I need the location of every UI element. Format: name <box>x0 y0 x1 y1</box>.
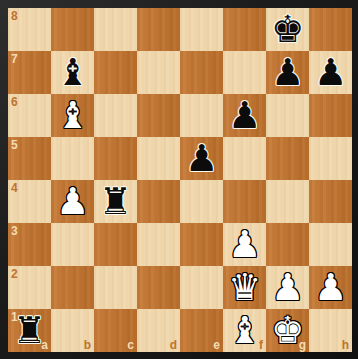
square-a5[interactable]: 5 <box>8 137 51 180</box>
square-d1[interactable]: d <box>137 309 180 352</box>
piece-white-queen[interactable]: ♛ <box>223 266 266 309</box>
square-e1[interactable]: e <box>180 309 223 352</box>
piece-black-pawn[interactable]: ♟ <box>309 51 352 94</box>
square-a4[interactable]: 4 <box>8 180 51 223</box>
square-g4[interactable] <box>266 180 309 223</box>
square-d5[interactable] <box>137 137 180 180</box>
square-d7[interactable] <box>137 51 180 94</box>
square-g2[interactable]: ♟ <box>266 266 309 309</box>
square-h6[interactable] <box>309 94 352 137</box>
square-e3[interactable] <box>180 223 223 266</box>
square-f4[interactable] <box>223 180 266 223</box>
square-c8[interactable] <box>94 8 137 51</box>
piece-black-pawn[interactable]: ♟ <box>180 137 223 180</box>
square-d8[interactable] <box>137 8 180 51</box>
square-d3[interactable] <box>137 223 180 266</box>
square-f3[interactable]: ♟ <box>223 223 266 266</box>
square-f7[interactable] <box>223 51 266 94</box>
chess-board: 8♚7♝♟♟6♝♟5♟4♟♜3♟2♛♟♟1a♜bcdef♝g♚h <box>8 8 352 352</box>
file-label-e: e <box>213 339 220 351</box>
square-a3[interactable]: 3 <box>8 223 51 266</box>
square-f5[interactable] <box>223 137 266 180</box>
square-h8[interactable] <box>309 8 352 51</box>
square-h2[interactable]: ♟ <box>309 266 352 309</box>
square-b1[interactable]: b <box>51 309 94 352</box>
rank-label-4: 4 <box>11 182 18 194</box>
piece-white-pawn[interactable]: ♟ <box>223 223 266 266</box>
square-b4[interactable]: ♟ <box>51 180 94 223</box>
piece-white-king[interactable]: ♚ <box>266 309 309 352</box>
square-a8[interactable]: 8 <box>8 8 51 51</box>
square-h4[interactable] <box>309 180 352 223</box>
square-e5[interactable]: ♟ <box>180 137 223 180</box>
rank-label-2: 2 <box>11 268 18 280</box>
square-f8[interactable] <box>223 8 266 51</box>
square-h3[interactable] <box>309 223 352 266</box>
file-label-h: h <box>342 339 349 351</box>
piece-black-rook[interactable]: ♜ <box>8 309 51 352</box>
square-b7[interactable]: ♝ <box>51 51 94 94</box>
square-c4[interactable]: ♜ <box>94 180 137 223</box>
piece-black-bishop[interactable]: ♝ <box>51 51 94 94</box>
rank-label-3: 3 <box>11 225 18 237</box>
piece-white-bishop[interactable]: ♝ <box>223 309 266 352</box>
piece-black-pawn[interactable]: ♟ <box>266 51 309 94</box>
square-e2[interactable] <box>180 266 223 309</box>
square-d2[interactable] <box>137 266 180 309</box>
piece-white-pawn[interactable]: ♟ <box>266 266 309 309</box>
square-a1[interactable]: 1a♜ <box>8 309 51 352</box>
file-label-b: b <box>84 339 91 351</box>
square-h7[interactable]: ♟ <box>309 51 352 94</box>
square-b2[interactable] <box>51 266 94 309</box>
square-c3[interactable] <box>94 223 137 266</box>
square-g1[interactable]: g♚ <box>266 309 309 352</box>
square-g6[interactable] <box>266 94 309 137</box>
square-d4[interactable] <box>137 180 180 223</box>
piece-black-king[interactable]: ♚ <box>266 8 309 51</box>
square-h1[interactable]: h <box>309 309 352 352</box>
square-g8[interactable]: ♚ <box>266 8 309 51</box>
piece-black-pawn[interactable]: ♟ <box>223 94 266 137</box>
square-a7[interactable]: 7 <box>8 51 51 94</box>
rank-label-7: 7 <box>11 53 18 65</box>
square-b3[interactable] <box>51 223 94 266</box>
square-e4[interactable] <box>180 180 223 223</box>
rank-label-6: 6 <box>11 96 18 108</box>
piece-white-pawn[interactable]: ♟ <box>51 180 94 223</box>
square-b5[interactable] <box>51 137 94 180</box>
piece-white-pawn[interactable]: ♟ <box>309 266 352 309</box>
square-a6[interactable]: 6 <box>8 94 51 137</box>
square-h5[interactable] <box>309 137 352 180</box>
piece-white-bishop[interactable]: ♝ <box>51 94 94 137</box>
rank-label-8: 8 <box>11 10 18 22</box>
square-c1[interactable]: c <box>94 309 137 352</box>
square-e6[interactable] <box>180 94 223 137</box>
square-d6[interactable] <box>137 94 180 137</box>
rank-label-5: 5 <box>11 139 18 151</box>
file-label-d: d <box>170 339 177 351</box>
square-b8[interactable] <box>51 8 94 51</box>
square-g3[interactable] <box>266 223 309 266</box>
square-f6[interactable]: ♟ <box>223 94 266 137</box>
board-frame: 8♚7♝♟♟6♝♟5♟4♟♜3♟2♛♟♟1a♜bcdef♝g♚h <box>0 0 358 359</box>
square-c7[interactable] <box>94 51 137 94</box>
square-c6[interactable] <box>94 94 137 137</box>
square-e8[interactable] <box>180 8 223 51</box>
square-b6[interactable]: ♝ <box>51 94 94 137</box>
square-c5[interactable] <box>94 137 137 180</box>
square-a2[interactable]: 2 <box>8 266 51 309</box>
square-f1[interactable]: f♝ <box>223 309 266 352</box>
piece-black-rook[interactable]: ♜ <box>94 180 137 223</box>
square-f2[interactable]: ♛ <box>223 266 266 309</box>
square-c2[interactable] <box>94 266 137 309</box>
square-g7[interactable]: ♟ <box>266 51 309 94</box>
square-g5[interactable] <box>266 137 309 180</box>
file-label-c: c <box>127 339 134 351</box>
square-e7[interactable] <box>180 51 223 94</box>
